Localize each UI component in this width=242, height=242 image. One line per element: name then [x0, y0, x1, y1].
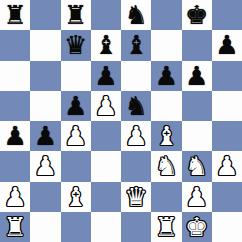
white-pawn-d5-icon: ♟	[94, 91, 117, 121]
square-a1[interactable]: ♜	[0, 212, 30, 242]
black-queen-c7-icon: ♛	[64, 30, 87, 60]
square-b8[interactable]	[30, 0, 60, 30]
square-c5[interactable]: ♟	[61, 91, 91, 121]
square-c1[interactable]	[61, 212, 91, 242]
black-knight-e8-icon: ♞	[124, 0, 147, 30]
square-g8[interactable]: ♚	[182, 0, 212, 30]
square-g5[interactable]	[182, 91, 212, 121]
square-h2[interactable]	[212, 182, 242, 212]
square-g2[interactable]: ♟	[182, 182, 212, 212]
square-b5[interactable]	[30, 91, 60, 121]
square-e1[interactable]	[121, 212, 151, 242]
chess-board-container: ♜♜♞♚♛♝♝♟♟♟♟♟♟♞♟♟♟♟♝♟♞♞♟♟♝♛♟♜♜♚	[0, 0, 242, 242]
white-knight-g3-icon: ♞	[185, 151, 208, 181]
square-h3[interactable]: ♟	[212, 151, 242, 181]
square-h7[interactable]: ♟	[212, 30, 242, 60]
black-pawn-g6-icon: ♟	[185, 61, 208, 91]
black-pawn-c5-icon: ♟	[64, 91, 87, 121]
square-h6[interactable]	[212, 61, 242, 91]
black-pawn-d6-icon: ♟	[94, 61, 117, 91]
square-c8[interactable]: ♜	[61, 0, 91, 30]
square-b3[interactable]: ♟	[30, 151, 60, 181]
square-a2[interactable]: ♟	[0, 182, 30, 212]
white-rook-a1-icon: ♜	[3, 212, 26, 242]
square-f1[interactable]: ♜	[151, 212, 181, 242]
white-pawn-g2-icon: ♟	[185, 182, 208, 212]
square-a6[interactable]	[0, 61, 30, 91]
square-f5[interactable]	[151, 91, 181, 121]
square-a3[interactable]	[0, 151, 30, 181]
square-h8[interactable]	[212, 0, 242, 30]
square-g3[interactable]: ♞	[182, 151, 212, 181]
square-c7[interactable]: ♛	[61, 30, 91, 60]
square-e8[interactable]: ♞	[121, 0, 151, 30]
square-e2[interactable]: ♛	[121, 182, 151, 212]
square-c2[interactable]: ♝	[61, 182, 91, 212]
square-b4[interactable]: ♟	[30, 121, 60, 151]
black-bishop-d7-icon: ♝	[94, 30, 117, 60]
white-king-g1-icon: ♚	[185, 212, 208, 242]
square-h5[interactable]	[212, 91, 242, 121]
square-f6[interactable]: ♟	[151, 61, 181, 91]
square-h1[interactable]	[212, 212, 242, 242]
square-g4[interactable]	[182, 121, 212, 151]
square-d7[interactable]: ♝	[91, 30, 121, 60]
square-b7[interactable]	[30, 30, 60, 60]
square-e7[interactable]: ♝	[121, 30, 151, 60]
white-queen-e2-icon: ♛	[124, 182, 147, 212]
black-king-g8-icon: ♚	[185, 0, 208, 30]
square-c3[interactable]	[61, 151, 91, 181]
square-e6[interactable]	[121, 61, 151, 91]
square-a7[interactable]	[0, 30, 30, 60]
square-a8[interactable]: ♜	[0, 0, 30, 30]
square-b6[interactable]	[30, 61, 60, 91]
white-bishop-c2-icon: ♝	[64, 182, 87, 212]
black-pawn-a4-icon: ♟	[3, 121, 26, 151]
black-rook-c8-icon: ♜	[64, 0, 87, 30]
black-pawn-f6-icon: ♟	[155, 61, 178, 91]
chess-board: ♜♜♞♚♛♝♝♟♟♟♟♟♟♞♟♟♟♟♝♟♞♞♟♟♝♛♟♜♜♚	[0, 0, 242, 242]
white-pawn-e4-icon: ♟	[124, 121, 147, 151]
square-d6[interactable]: ♟	[91, 61, 121, 91]
square-f7[interactable]	[151, 30, 181, 60]
square-d1[interactable]	[91, 212, 121, 242]
square-b1[interactable]	[30, 212, 60, 242]
white-pawn-b3-icon: ♟	[34, 151, 57, 181]
square-a4[interactable]: ♟	[0, 121, 30, 151]
square-d5[interactable]: ♟	[91, 91, 121, 121]
white-pawn-c4-icon: ♟	[64, 121, 87, 151]
black-knight-e5-icon: ♞	[124, 91, 147, 121]
square-b2[interactable]	[30, 182, 60, 212]
white-bishop-f4-icon: ♝	[155, 121, 178, 151]
square-g6[interactable]: ♟	[182, 61, 212, 91]
white-pawn-h3-icon: ♟	[215, 151, 238, 181]
square-g7[interactable]	[182, 30, 212, 60]
square-f3[interactable]: ♞	[151, 151, 181, 181]
white-rook-f1-icon: ♜	[155, 212, 178, 242]
square-c4[interactable]: ♟	[61, 121, 91, 151]
black-pawn-h7-icon: ♟	[215, 30, 238, 60]
square-e5[interactable]: ♞	[121, 91, 151, 121]
square-f8[interactable]	[151, 0, 181, 30]
square-e4[interactable]: ♟	[121, 121, 151, 151]
square-d8[interactable]	[91, 0, 121, 30]
square-f4[interactable]: ♝	[151, 121, 181, 151]
white-knight-f3-icon: ♞	[155, 151, 178, 181]
square-g1[interactable]: ♚	[182, 212, 212, 242]
square-d4[interactable]	[91, 121, 121, 151]
square-f2[interactable]	[151, 182, 181, 212]
black-pawn-b4-icon: ♟	[34, 121, 57, 151]
square-d3[interactable]	[91, 151, 121, 181]
white-pawn-a2-icon: ♟	[3, 182, 26, 212]
square-d2[interactable]	[91, 182, 121, 212]
square-e3[interactable]	[121, 151, 151, 181]
square-a5[interactable]	[0, 91, 30, 121]
square-h4[interactable]	[212, 121, 242, 151]
square-c6[interactable]	[61, 61, 91, 91]
black-bishop-e7-icon: ♝	[124, 30, 147, 60]
black-rook-a8-icon: ♜	[3, 0, 26, 30]
